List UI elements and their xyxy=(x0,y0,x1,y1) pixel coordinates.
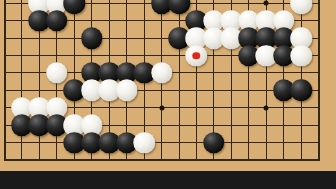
grid-line xyxy=(4,0,6,161)
white-stone[interactable] xyxy=(290,45,312,67)
black-stone[interactable] xyxy=(46,10,68,32)
black-stone[interactable] xyxy=(168,0,190,14)
black-stone[interactable] xyxy=(64,0,86,14)
last-move-marker xyxy=(193,52,201,60)
white-stone[interactable] xyxy=(151,62,173,84)
black-stone[interactable] xyxy=(203,132,225,154)
white-stone[interactable] xyxy=(116,80,138,102)
grid-line xyxy=(4,142,321,143)
grid-line xyxy=(179,0,180,161)
star-point xyxy=(264,105,269,110)
star-point xyxy=(264,1,269,6)
black-stone[interactable] xyxy=(290,80,312,102)
white-stone[interactable] xyxy=(46,62,68,84)
white-stone[interactable] xyxy=(290,0,312,14)
go-board[interactable] xyxy=(0,0,336,171)
black-stone[interactable] xyxy=(81,27,103,49)
app-background-strip xyxy=(0,171,336,189)
grid-line xyxy=(318,0,320,161)
star-point xyxy=(159,105,164,110)
white-stone[interactable] xyxy=(133,132,155,154)
grid-line xyxy=(21,0,22,161)
go-app-window xyxy=(0,0,336,189)
grid-line xyxy=(4,159,321,161)
